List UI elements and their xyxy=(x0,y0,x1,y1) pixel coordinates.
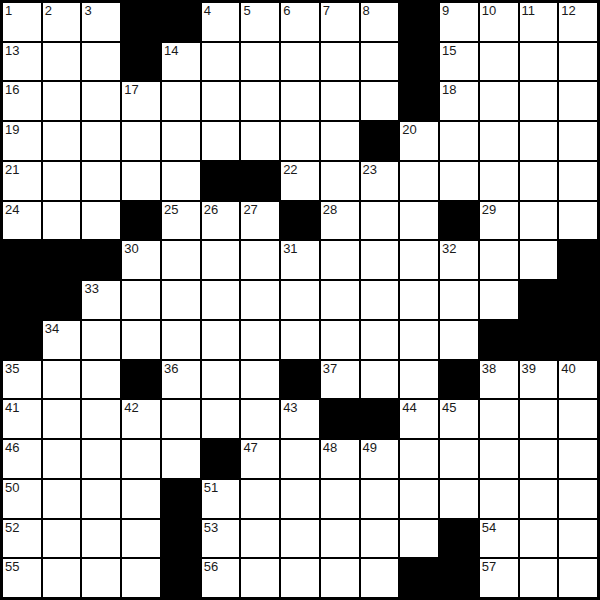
entry-cell-r5c13[interactable] xyxy=(520,202,558,240)
entry-cell-r2c11[interactable]: 18 xyxy=(440,82,478,120)
entry-cell-r8c10[interactable] xyxy=(400,321,438,359)
entry-cell-r13c6[interactable] xyxy=(241,520,279,558)
entry-cell-r8c11[interactable] xyxy=(440,321,478,359)
entry-cell-r12c14[interactable] xyxy=(559,480,597,518)
clue-number-2: 2 xyxy=(45,3,52,18)
crossword-grid: 1234567891011121314151617181920212223242… xyxy=(0,0,600,600)
clue-number-35: 35 xyxy=(5,361,19,376)
block-cell-r6c1 xyxy=(43,241,81,279)
clue-number-6: 6 xyxy=(283,3,290,18)
entry-cell-r2c9[interactable] xyxy=(361,82,399,120)
entry-cell-r2c2[interactable] xyxy=(82,82,120,120)
entry-cell-r5c4[interactable]: 25 xyxy=(162,202,200,240)
entry-cell-r3c5[interactable] xyxy=(202,122,240,160)
block-cell-r10c8 xyxy=(321,400,359,438)
entry-cell-r13c13[interactable] xyxy=(520,520,558,558)
entry-cell-r9c5[interactable] xyxy=(202,361,240,399)
clue-number-19: 19 xyxy=(5,122,19,137)
clue-number-11: 11 xyxy=(522,3,536,18)
entry-cell-r7c4[interactable] xyxy=(162,281,200,319)
clue-number-45: 45 xyxy=(442,400,456,415)
block-cell-r13c11 xyxy=(440,520,478,558)
clue-number-44: 44 xyxy=(402,400,416,415)
entry-cell-r9c4[interactable]: 36 xyxy=(162,361,200,399)
block-cell-r12c4 xyxy=(162,480,200,518)
clue-number-53: 53 xyxy=(204,520,218,535)
entry-cell-r5c6[interactable]: 27 xyxy=(241,202,279,240)
entry-cell-r2c4[interactable] xyxy=(162,82,200,120)
entry-cell-r1c14[interactable] xyxy=(559,43,597,81)
entry-cell-r6c7[interactable]: 31 xyxy=(281,241,319,279)
entry-cell-r10c1[interactable] xyxy=(43,400,81,438)
entry-cell-r3c4[interactable] xyxy=(162,122,200,160)
entry-cell-r11c0[interactable]: 46 xyxy=(3,440,41,478)
entry-cell-r12c3[interactable] xyxy=(122,480,160,518)
entry-cell-r1c7[interactable] xyxy=(281,43,319,81)
entry-cell-r9c0[interactable]: 35 xyxy=(3,361,41,399)
block-cell-r13c4 xyxy=(162,520,200,558)
entry-cell-r4c3[interactable] xyxy=(122,162,160,200)
entry-cell-r1c0[interactable]: 13 xyxy=(3,43,41,81)
entry-cell-r10c4[interactable] xyxy=(162,400,200,438)
clue-number-32: 32 xyxy=(442,241,456,256)
entry-cell-r0c9[interactable]: 8 xyxy=(361,3,399,41)
clue-number-9: 9 xyxy=(442,3,449,18)
entry-cell-r12c0[interactable]: 50 xyxy=(3,480,41,518)
clue-number-52: 52 xyxy=(5,520,19,535)
entry-cell-r4c1[interactable] xyxy=(43,162,81,200)
entry-cell-r14c9[interactable] xyxy=(361,559,399,597)
entry-cell-r4c10[interactable] xyxy=(400,162,438,200)
entry-cell-r3c12[interactable] xyxy=(480,122,518,160)
entry-cell-r5c8[interactable]: 28 xyxy=(321,202,359,240)
clue-number-36: 36 xyxy=(164,361,178,376)
entry-cell-r2c1[interactable] xyxy=(43,82,81,120)
clue-number-37: 37 xyxy=(323,361,337,376)
entry-cell-r10c6[interactable] xyxy=(241,400,279,438)
entry-cell-r11c2[interactable] xyxy=(82,440,120,478)
entry-cell-r14c5[interactable]: 56 xyxy=(202,559,240,597)
entry-cell-r5c1[interactable] xyxy=(43,202,81,240)
entry-cell-r0c5[interactable]: 4 xyxy=(202,3,240,41)
entry-cell-r7c2[interactable]: 33 xyxy=(82,281,120,319)
block-cell-r0c3 xyxy=(122,3,160,41)
entry-cell-r9c6[interactable] xyxy=(241,361,279,399)
entry-cell-r12c5[interactable]: 51 xyxy=(202,480,240,518)
entry-cell-r13c9[interactable] xyxy=(361,520,399,558)
entry-cell-r5c12[interactable]: 29 xyxy=(480,202,518,240)
block-cell-r5c3 xyxy=(122,202,160,240)
clue-number-25: 25 xyxy=(164,202,178,217)
clue-number-56: 56 xyxy=(204,559,218,574)
block-cell-r11c5 xyxy=(202,440,240,478)
entry-cell-r0c13[interactable]: 11 xyxy=(520,3,558,41)
entry-cell-r11c10[interactable] xyxy=(400,440,438,478)
entry-cell-r1c13[interactable] xyxy=(520,43,558,81)
entry-cell-r11c9[interactable]: 49 xyxy=(361,440,399,478)
clue-number-14: 14 xyxy=(164,43,178,58)
entry-cell-r6c4[interactable] xyxy=(162,241,200,279)
clue-number-51: 51 xyxy=(204,480,218,495)
entry-cell-r12c1[interactable] xyxy=(43,480,81,518)
clue-number-50: 50 xyxy=(5,480,19,495)
entry-cell-r2c3[interactable]: 17 xyxy=(122,82,160,120)
entry-cell-r4c11[interactable] xyxy=(440,162,478,200)
entry-cell-r14c14[interactable] xyxy=(559,559,597,597)
clue-number-27: 27 xyxy=(243,202,257,217)
block-cell-r7c0 xyxy=(3,281,41,319)
entry-cell-r11c7[interactable] xyxy=(281,440,319,478)
entry-cell-r13c5[interactable]: 53 xyxy=(202,520,240,558)
entry-cell-r0c7[interactable]: 6 xyxy=(281,3,319,41)
entry-cell-r1c11[interactable]: 15 xyxy=(440,43,478,81)
block-cell-r7c14 xyxy=(559,281,597,319)
entry-cell-r11c12[interactable] xyxy=(480,440,518,478)
block-cell-r0c10 xyxy=(400,3,438,41)
entry-cell-r10c14[interactable] xyxy=(559,400,597,438)
clue-number-17: 17 xyxy=(124,82,138,97)
entry-cell-r1c4[interactable]: 14 xyxy=(162,43,200,81)
entry-cell-r14c1[interactable] xyxy=(43,559,81,597)
clue-number-8: 8 xyxy=(363,3,370,18)
entry-cell-r4c14[interactable] xyxy=(559,162,597,200)
entry-cell-r8c5[interactable] xyxy=(202,321,240,359)
entry-cell-r9c12[interactable]: 38 xyxy=(480,361,518,399)
entry-cell-r6c3[interactable]: 30 xyxy=(122,241,160,279)
block-cell-r5c7 xyxy=(281,202,319,240)
entry-cell-r11c8[interactable]: 48 xyxy=(321,440,359,478)
entry-cell-r2c7[interactable] xyxy=(281,82,319,120)
entry-cell-r3c13[interactable] xyxy=(520,122,558,160)
clue-number-3: 3 xyxy=(84,3,91,18)
entry-cell-r14c2[interactable] xyxy=(82,559,120,597)
clue-number-41: 41 xyxy=(5,400,19,415)
entry-cell-r10c7[interactable]: 43 xyxy=(281,400,319,438)
entry-cell-r3c10[interactable]: 20 xyxy=(400,122,438,160)
entry-cell-r13c8[interactable] xyxy=(321,520,359,558)
entry-cell-r9c10[interactable] xyxy=(400,361,438,399)
entry-cell-r12c6[interactable] xyxy=(241,480,279,518)
entry-cell-r4c9[interactable]: 23 xyxy=(361,162,399,200)
clue-number-57: 57 xyxy=(482,559,496,574)
block-cell-r6c14 xyxy=(559,241,597,279)
entry-cell-r1c8[interactable] xyxy=(321,43,359,81)
entry-cell-r12c12[interactable] xyxy=(480,480,518,518)
clue-number-42: 42 xyxy=(124,400,138,415)
entry-cell-r2c13[interactable] xyxy=(520,82,558,120)
clue-number-23: 23 xyxy=(363,162,377,177)
clue-number-47: 47 xyxy=(243,440,257,455)
clue-number-39: 39 xyxy=(522,361,536,376)
entry-cell-r6c12[interactable] xyxy=(480,241,518,279)
entry-cell-r3c7[interactable] xyxy=(281,122,319,160)
entry-cell-r2c6[interactable] xyxy=(241,82,279,120)
clue-number-55: 55 xyxy=(5,559,19,574)
clue-number-48: 48 xyxy=(323,440,337,455)
entry-cell-r1c2[interactable] xyxy=(82,43,120,81)
entry-cell-r5c5[interactable]: 26 xyxy=(202,202,240,240)
entry-cell-r7c12[interactable] xyxy=(480,281,518,319)
entry-cell-r11c11[interactable] xyxy=(440,440,478,478)
clue-number-18: 18 xyxy=(442,82,456,97)
entry-cell-r11c13[interactable] xyxy=(520,440,558,478)
entry-cell-r10c10[interactable]: 44 xyxy=(400,400,438,438)
entry-cell-r12c7[interactable] xyxy=(281,480,319,518)
entry-cell-r11c6[interactable]: 47 xyxy=(241,440,279,478)
block-cell-r7c1 xyxy=(43,281,81,319)
entry-cell-r7c8[interactable] xyxy=(321,281,359,319)
entry-cell-r12c2[interactable] xyxy=(82,480,120,518)
entry-cell-r10c5[interactable] xyxy=(202,400,240,438)
clue-number-38: 38 xyxy=(482,361,496,376)
entry-cell-r8c4[interactable] xyxy=(162,321,200,359)
entry-cell-r3c0[interactable]: 19 xyxy=(3,122,41,160)
entry-cell-r12c13[interactable] xyxy=(520,480,558,518)
entry-cell-r11c3[interactable] xyxy=(122,440,160,478)
block-cell-r9c3 xyxy=(122,361,160,399)
entry-cell-r0c2[interactable]: 3 xyxy=(82,3,120,41)
entry-cell-r0c6[interactable]: 5 xyxy=(241,3,279,41)
entry-cell-r13c7[interactable] xyxy=(281,520,319,558)
entry-cell-r4c7[interactable]: 22 xyxy=(281,162,319,200)
entry-cell-r6c6[interactable] xyxy=(241,241,279,279)
entry-cell-r10c2[interactable] xyxy=(82,400,120,438)
entry-cell-r8c3[interactable] xyxy=(122,321,160,359)
entry-cell-r8c7[interactable] xyxy=(281,321,319,359)
block-cell-r14c11 xyxy=(440,559,478,597)
entry-cell-r8c6[interactable] xyxy=(241,321,279,359)
clue-number-29: 29 xyxy=(482,202,496,217)
block-cell-r0c4 xyxy=(162,3,200,41)
entry-cell-r14c8[interactable] xyxy=(321,559,359,597)
clue-number-24: 24 xyxy=(5,202,19,217)
block-cell-r1c10 xyxy=(400,43,438,81)
block-cell-r1c3 xyxy=(122,43,160,81)
clue-number-7: 7 xyxy=(323,3,330,18)
block-cell-r10c9 xyxy=(361,400,399,438)
entry-cell-r12c8[interactable] xyxy=(321,480,359,518)
entry-cell-r1c5[interactable] xyxy=(202,43,240,81)
entry-cell-r1c9[interactable] xyxy=(361,43,399,81)
clue-number-1: 1 xyxy=(5,3,12,18)
entry-cell-r13c12[interactable]: 54 xyxy=(480,520,518,558)
block-cell-r2c10 xyxy=(400,82,438,120)
clue-number-15: 15 xyxy=(442,43,456,58)
block-cell-r9c11 xyxy=(440,361,478,399)
entry-cell-r11c14[interactable] xyxy=(559,440,597,478)
block-cell-r5c11 xyxy=(440,202,478,240)
entry-cell-r5c10[interactable] xyxy=(400,202,438,240)
entry-cell-r12c9[interactable] xyxy=(361,480,399,518)
entry-cell-r2c5[interactable] xyxy=(202,82,240,120)
entry-cell-r10c0[interactable]: 41 xyxy=(3,400,41,438)
entry-cell-r7c3[interactable] xyxy=(122,281,160,319)
clue-number-30: 30 xyxy=(124,241,138,256)
entry-cell-r9c2[interactable] xyxy=(82,361,120,399)
entry-cell-r13c3[interactable] xyxy=(122,520,160,558)
entry-cell-r4c13[interactable] xyxy=(520,162,558,200)
block-cell-r6c0 xyxy=(3,241,41,279)
entry-cell-r14c13[interactable] xyxy=(520,559,558,597)
entry-cell-r5c0[interactable]: 24 xyxy=(3,202,41,240)
entry-cell-r6c11[interactable]: 32 xyxy=(440,241,478,279)
block-cell-r4c6 xyxy=(241,162,279,200)
entry-cell-r10c12[interactable] xyxy=(480,400,518,438)
entry-cell-r7c6[interactable] xyxy=(241,281,279,319)
entry-cell-r2c12[interactable] xyxy=(480,82,518,120)
crossword-board: 1234567891011121314151617181920212223242… xyxy=(0,0,600,600)
block-cell-r14c10 xyxy=(400,559,438,597)
entry-cell-r13c14[interactable] xyxy=(559,520,597,558)
entry-cell-r14c7[interactable] xyxy=(281,559,319,597)
entry-cell-r4c0[interactable]: 21 xyxy=(3,162,41,200)
entry-cell-r13c10[interactable] xyxy=(400,520,438,558)
entry-cell-r12c11[interactable] xyxy=(440,480,478,518)
entry-cell-r2c14[interactable] xyxy=(559,82,597,120)
entry-cell-r1c12[interactable] xyxy=(480,43,518,81)
clue-number-21: 21 xyxy=(5,162,19,177)
entry-cell-r5c14[interactable] xyxy=(559,202,597,240)
clue-number-34: 34 xyxy=(45,321,59,336)
entry-cell-r0c12[interactable]: 10 xyxy=(480,3,518,41)
entry-cell-r10c11[interactable]: 45 xyxy=(440,400,478,438)
block-cell-r3c9 xyxy=(361,122,399,160)
entry-cell-r6c8[interactable] xyxy=(321,241,359,279)
block-cell-r4c5 xyxy=(202,162,240,200)
entry-cell-r0c14[interactable]: 12 xyxy=(559,3,597,41)
entry-cell-r3c14[interactable] xyxy=(559,122,597,160)
clue-number-54: 54 xyxy=(482,520,496,535)
entry-cell-r5c2[interactable] xyxy=(82,202,120,240)
entry-cell-r3c8[interactable] xyxy=(321,122,359,160)
clue-number-26: 26 xyxy=(204,202,218,217)
entry-cell-r6c5[interactable] xyxy=(202,241,240,279)
entry-cell-r7c5[interactable] xyxy=(202,281,240,319)
entry-cell-r3c11[interactable] xyxy=(440,122,478,160)
clue-number-31: 31 xyxy=(283,241,297,256)
entry-cell-r10c3[interactable]: 42 xyxy=(122,400,160,438)
entry-cell-r4c2[interactable] xyxy=(82,162,120,200)
entry-cell-r4c8[interactable] xyxy=(321,162,359,200)
entry-cell-r7c9[interactable] xyxy=(361,281,399,319)
entry-cell-r11c4[interactable] xyxy=(162,440,200,478)
clue-number-22: 22 xyxy=(283,162,297,177)
entry-cell-r3c3[interactable] xyxy=(122,122,160,160)
entry-cell-r8c2[interactable] xyxy=(82,321,120,359)
block-cell-r8c13 xyxy=(520,321,558,359)
entry-cell-r6c13[interactable] xyxy=(520,241,558,279)
entry-cell-r0c1[interactable]: 2 xyxy=(43,3,81,41)
entry-cell-r8c8[interactable] xyxy=(321,321,359,359)
clue-number-49: 49 xyxy=(363,440,377,455)
block-cell-r9c7 xyxy=(281,361,319,399)
clue-number-46: 46 xyxy=(5,440,19,455)
entry-cell-r14c0[interactable]: 55 xyxy=(3,559,41,597)
clue-number-13: 13 xyxy=(5,43,19,58)
entry-cell-r2c0[interactable]: 16 xyxy=(3,82,41,120)
entry-cell-r11c1[interactable] xyxy=(43,440,81,478)
block-cell-r7c13 xyxy=(520,281,558,319)
entry-cell-r12c10[interactable] xyxy=(400,480,438,518)
entry-cell-r7c10[interactable] xyxy=(400,281,438,319)
entry-cell-r4c4[interactable] xyxy=(162,162,200,200)
clue-number-16: 16 xyxy=(5,82,19,97)
entry-cell-r10c13[interactable] xyxy=(520,400,558,438)
entry-cell-r13c1[interactable] xyxy=(43,520,81,558)
entry-cell-r3c1[interactable] xyxy=(43,122,81,160)
entry-cell-r14c3[interactable] xyxy=(122,559,160,597)
entry-cell-r0c0[interactable]: 1 xyxy=(3,3,41,41)
clue-number-12: 12 xyxy=(561,3,575,18)
entry-cell-r13c0[interactable]: 52 xyxy=(3,520,41,558)
clue-number-10: 10 xyxy=(482,3,496,18)
entry-cell-r8c9[interactable] xyxy=(361,321,399,359)
entry-cell-r3c6[interactable] xyxy=(241,122,279,160)
entry-cell-r0c8[interactable]: 7 xyxy=(321,3,359,41)
entry-cell-r9c8[interactable]: 37 xyxy=(321,361,359,399)
clue-number-43: 43 xyxy=(283,400,297,415)
entry-cell-r0c11[interactable]: 9 xyxy=(440,3,478,41)
entry-cell-r14c12[interactable]: 57 xyxy=(480,559,518,597)
block-cell-r8c12 xyxy=(480,321,518,359)
entry-cell-r3c2[interactable] xyxy=(82,122,120,160)
entry-cell-r5c9[interactable] xyxy=(361,202,399,240)
entry-cell-r6c9[interactable] xyxy=(361,241,399,279)
entry-cell-r8c1[interactable]: 34 xyxy=(43,321,81,359)
entry-cell-r9c14[interactable]: 40 xyxy=(559,361,597,399)
entry-cell-r9c13[interactable]: 39 xyxy=(520,361,558,399)
entry-cell-r1c1[interactable] xyxy=(43,43,81,81)
entry-cell-r4c12[interactable] xyxy=(480,162,518,200)
entry-cell-r1c6[interactable] xyxy=(241,43,279,81)
entry-cell-r7c7[interactable] xyxy=(281,281,319,319)
block-cell-r8c14 xyxy=(559,321,597,359)
clue-number-20: 20 xyxy=(402,122,416,137)
entry-cell-r9c9[interactable] xyxy=(361,361,399,399)
entry-cell-r9c1[interactable] xyxy=(43,361,81,399)
entry-cell-r2c8[interactable] xyxy=(321,82,359,120)
clue-number-40: 40 xyxy=(561,361,575,376)
entry-cell-r13c2[interactable] xyxy=(82,520,120,558)
entry-cell-r14c6[interactable] xyxy=(241,559,279,597)
block-cell-r6c2 xyxy=(82,241,120,279)
clue-number-4: 4 xyxy=(204,3,211,18)
block-cell-r8c0 xyxy=(3,321,41,359)
entry-cell-r7c11[interactable] xyxy=(440,281,478,319)
clue-number-28: 28 xyxy=(323,202,337,217)
clue-number-33: 33 xyxy=(84,281,98,296)
clue-number-5: 5 xyxy=(243,3,250,18)
entry-cell-r6c10[interactable] xyxy=(400,241,438,279)
block-cell-r14c4 xyxy=(162,559,200,597)
